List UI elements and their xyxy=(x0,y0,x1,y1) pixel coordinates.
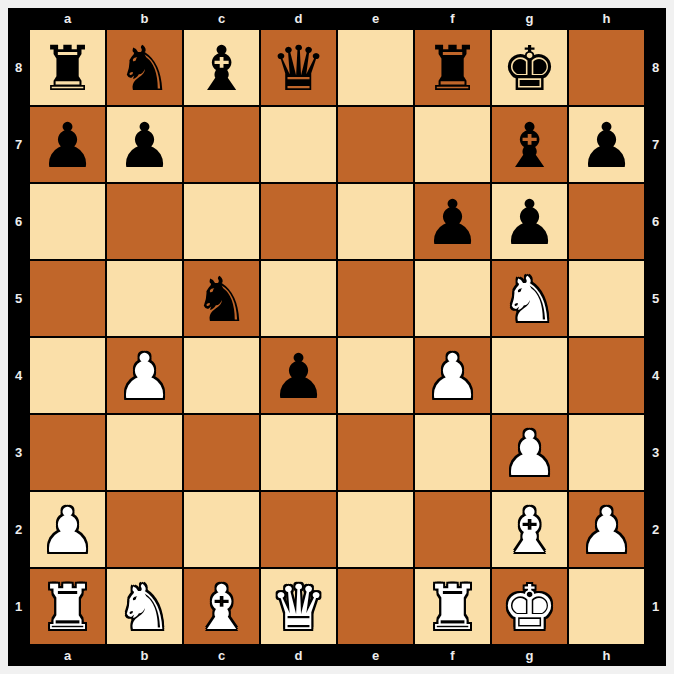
square-f4[interactable]: ♟ xyxy=(414,337,491,414)
square-c2[interactable] xyxy=(183,491,260,568)
rank-label-right-3: 3 xyxy=(645,414,666,491)
square-e1[interactable] xyxy=(337,568,414,645)
square-b2[interactable] xyxy=(106,491,183,568)
rank-label-right-8: 8 xyxy=(645,29,666,106)
file-label-top-d: d xyxy=(260,8,337,29)
rank-label-left-2: 2 xyxy=(8,491,29,568)
piece-black-bishop[interactable]: ♝ xyxy=(194,38,250,100)
piece-white-knight[interactable]: ♞ xyxy=(117,577,173,639)
square-g3[interactable]: ♟ xyxy=(491,414,568,491)
file-label-top-h: h xyxy=(568,8,645,29)
file-label-top-g: g xyxy=(491,8,568,29)
square-c1[interactable]: ♝ xyxy=(183,568,260,645)
square-h5[interactable] xyxy=(568,260,645,337)
square-c7[interactable] xyxy=(183,106,260,183)
rank-label-left-5: 5 xyxy=(8,260,29,337)
square-d7[interactable] xyxy=(260,106,337,183)
square-d2[interactable] xyxy=(260,491,337,568)
square-b8[interactable]: ♞ xyxy=(106,29,183,106)
piece-black-pawn[interactable]: ♟ xyxy=(271,346,327,408)
corner-bottom-left xyxy=(8,645,29,666)
piece-black-pawn[interactable]: ♟ xyxy=(425,192,481,254)
rank-label-left-3: 3 xyxy=(8,414,29,491)
rank-label-right-6: 6 xyxy=(645,183,666,260)
square-e4[interactable] xyxy=(337,337,414,414)
rank-label-left-6: 6 xyxy=(8,183,29,260)
square-d4[interactable]: ♟ xyxy=(260,337,337,414)
square-f3[interactable] xyxy=(414,414,491,491)
square-h7[interactable]: ♟ xyxy=(568,106,645,183)
square-h2[interactable]: ♟ xyxy=(568,491,645,568)
file-label-bottom-d: d xyxy=(260,645,337,666)
piece-white-bishop[interactable]: ♝ xyxy=(194,577,250,639)
square-c5[interactable]: ♞ xyxy=(183,260,260,337)
square-h6[interactable] xyxy=(568,183,645,260)
piece-white-rook[interactable]: ♜ xyxy=(40,577,96,639)
file-label-bottom-g: g xyxy=(491,645,568,666)
square-d5[interactable] xyxy=(260,260,337,337)
square-c3[interactable] xyxy=(183,414,260,491)
square-g4[interactable] xyxy=(491,337,568,414)
file-label-bottom-a: a xyxy=(29,645,106,666)
rank-label-left-1: 1 xyxy=(8,568,29,645)
square-e7[interactable] xyxy=(337,106,414,183)
rank-label-right-4: 4 xyxy=(645,337,666,414)
square-g5[interactable]: ♞ xyxy=(491,260,568,337)
rank-label-right-1: 1 xyxy=(645,568,666,645)
piece-white-pawn[interactable]: ♟ xyxy=(425,346,481,408)
corner-top-left xyxy=(8,8,29,29)
chessboard-frame: abcdefgh8♜♞♝♛♜♚87♟♟♝♟76♟♟65♞♞54♟♟♟43♟32♟… xyxy=(8,8,666,666)
square-g7[interactable]: ♝ xyxy=(491,106,568,183)
piece-black-pawn[interactable]: ♟ xyxy=(117,115,173,177)
square-a6[interactable] xyxy=(29,183,106,260)
square-e8[interactable] xyxy=(337,29,414,106)
corner-top-right xyxy=(645,8,666,29)
square-f5[interactable] xyxy=(414,260,491,337)
square-c8[interactable]: ♝ xyxy=(183,29,260,106)
corner-bottom-right xyxy=(645,645,666,666)
square-g8[interactable]: ♚ xyxy=(491,29,568,106)
square-f6[interactable]: ♟ xyxy=(414,183,491,260)
square-f1[interactable]: ♜ xyxy=(414,568,491,645)
piece-white-king[interactable]: ♚ xyxy=(502,577,558,639)
piece-white-rook[interactable]: ♜ xyxy=(425,577,481,639)
square-b5[interactable] xyxy=(106,260,183,337)
file-label-top-b: b xyxy=(106,8,183,29)
piece-white-knight[interactable]: ♞ xyxy=(502,269,558,331)
square-a5[interactable] xyxy=(29,260,106,337)
piece-black-rook[interactable]: ♜ xyxy=(40,38,96,100)
piece-black-queen[interactable]: ♛ xyxy=(271,38,327,100)
square-f7[interactable] xyxy=(414,106,491,183)
square-a1[interactable]: ♜ xyxy=(29,568,106,645)
piece-black-bishop[interactable]: ♝ xyxy=(502,115,558,177)
file-label-bottom-f: f xyxy=(414,645,491,666)
square-d1[interactable]: ♛ xyxy=(260,568,337,645)
piece-white-pawn[interactable]: ♟ xyxy=(117,346,173,408)
square-a8[interactable]: ♜ xyxy=(29,29,106,106)
rank-label-right-5: 5 xyxy=(645,260,666,337)
rank-label-right-2: 2 xyxy=(645,491,666,568)
piece-white-queen[interactable]: ♛ xyxy=(271,577,327,639)
square-f8[interactable]: ♜ xyxy=(414,29,491,106)
square-d6[interactable] xyxy=(260,183,337,260)
square-h4[interactable] xyxy=(568,337,645,414)
file-label-bottom-b: b xyxy=(106,645,183,666)
square-h8[interactable] xyxy=(568,29,645,106)
piece-black-king[interactable]: ♚ xyxy=(502,38,558,100)
square-h3[interactable] xyxy=(568,414,645,491)
rank-label-right-7: 7 xyxy=(645,106,666,183)
square-d8[interactable]: ♛ xyxy=(260,29,337,106)
piece-white-pawn[interactable]: ♟ xyxy=(40,500,96,562)
square-e6[interactable] xyxy=(337,183,414,260)
square-a4[interactable] xyxy=(29,337,106,414)
piece-white-pawn[interactable]: ♟ xyxy=(502,423,558,485)
piece-black-pawn[interactable]: ♟ xyxy=(40,115,96,177)
square-e3[interactable] xyxy=(337,414,414,491)
file-label-bottom-h: h xyxy=(568,645,645,666)
file-label-top-c: c xyxy=(183,8,260,29)
file-label-bottom-c: c xyxy=(183,645,260,666)
piece-black-knight[interactable]: ♞ xyxy=(117,38,173,100)
rank-label-left-7: 7 xyxy=(8,106,29,183)
file-label-bottom-e: e xyxy=(337,645,414,666)
square-b6[interactable] xyxy=(106,183,183,260)
piece-white-pawn[interactable]: ♟ xyxy=(579,500,635,562)
piece-black-pawn[interactable]: ♟ xyxy=(579,115,635,177)
square-b1[interactable]: ♞ xyxy=(106,568,183,645)
square-b3[interactable] xyxy=(106,414,183,491)
square-c4[interactable] xyxy=(183,337,260,414)
square-a2[interactable]: ♟ xyxy=(29,491,106,568)
square-f2[interactable] xyxy=(414,491,491,568)
piece-white-bishop[interactable]: ♝ xyxy=(502,500,558,562)
square-b7[interactable]: ♟ xyxy=(106,106,183,183)
square-d3[interactable] xyxy=(260,414,337,491)
rank-label-left-4: 4 xyxy=(8,337,29,414)
square-a7[interactable]: ♟ xyxy=(29,106,106,183)
square-e5[interactable] xyxy=(337,260,414,337)
square-g2[interactable]: ♝ xyxy=(491,491,568,568)
square-e2[interactable] xyxy=(337,491,414,568)
square-b4[interactable]: ♟ xyxy=(106,337,183,414)
rank-label-left-8: 8 xyxy=(8,29,29,106)
square-g6[interactable]: ♟ xyxy=(491,183,568,260)
square-c6[interactable] xyxy=(183,183,260,260)
square-g1[interactable]: ♚ xyxy=(491,568,568,645)
file-label-top-a: a xyxy=(29,8,106,29)
square-h1[interactable] xyxy=(568,568,645,645)
piece-black-knight[interactable]: ♞ xyxy=(194,269,250,331)
file-label-top-e: e xyxy=(337,8,414,29)
file-label-top-f: f xyxy=(414,8,491,29)
square-a3[interactable] xyxy=(29,414,106,491)
piece-black-rook[interactable]: ♜ xyxy=(425,38,481,100)
piece-black-pawn[interactable]: ♟ xyxy=(502,192,558,254)
